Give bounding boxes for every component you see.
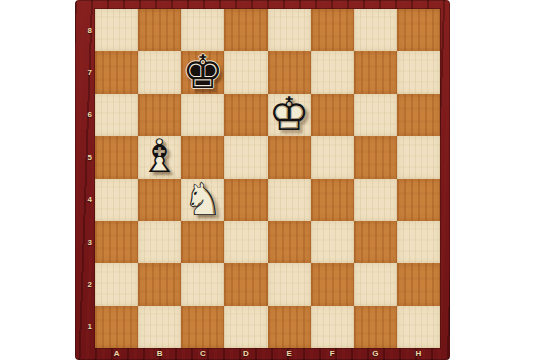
square-g7[interactable] — [354, 51, 397, 93]
square-a5[interactable] — [95, 136, 138, 178]
square-e2[interactable] — [268, 263, 311, 305]
square-b8[interactable] — [138, 9, 181, 51]
square-f4[interactable] — [311, 179, 354, 221]
page-background: 87654321 ABCDEFGH ♚♚♔♝♗♞♘ — [0, 0, 540, 360]
rank-label-8: 8 — [75, 9, 95, 51]
square-b5[interactable]: ♝♗ — [138, 136, 181, 178]
square-g5[interactable] — [354, 136, 397, 178]
square-b2[interactable] — [138, 263, 181, 305]
square-d3[interactable] — [224, 221, 267, 263]
square-h2[interactable] — [397, 263, 440, 305]
rank-label-4: 4 — [75, 179, 95, 221]
square-a2[interactable] — [95, 263, 138, 305]
black-king[interactable]: ♚ — [181, 51, 224, 93]
white-king-outline: ♔ — [268, 91, 309, 137]
square-h3[interactable] — [397, 221, 440, 263]
square-h8[interactable] — [397, 9, 440, 51]
white-bishop[interactable]: ♝♗ — [138, 136, 181, 178]
square-a7[interactable] — [95, 51, 138, 93]
square-f5[interactable] — [311, 136, 354, 178]
square-h7[interactable] — [397, 51, 440, 93]
square-a3[interactable] — [95, 221, 138, 263]
rank-label-3: 3 — [75, 221, 95, 263]
rank-label-2: 2 — [75, 263, 95, 305]
square-c1[interactable] — [181, 306, 224, 348]
square-c2[interactable] — [181, 263, 224, 305]
square-a4[interactable] — [95, 179, 138, 221]
square-c3[interactable] — [181, 221, 224, 263]
square-g3[interactable] — [354, 221, 397, 263]
file-label-a: A — [95, 348, 138, 360]
file-label-f: F — [311, 348, 354, 360]
square-g1[interactable] — [354, 306, 397, 348]
square-e6[interactable]: ♚♔ — [268, 94, 311, 136]
square-b3[interactable] — [138, 221, 181, 263]
square-d2[interactable] — [224, 263, 267, 305]
file-labels: ABCDEFGH — [95, 348, 440, 360]
rank-labels: 87654321 — [75, 9, 95, 348]
square-f7[interactable] — [311, 51, 354, 93]
square-f1[interactable] — [311, 306, 354, 348]
square-f3[interactable] — [311, 221, 354, 263]
square-d4[interactable] — [224, 179, 267, 221]
rank-label-7: 7 — [75, 51, 95, 93]
square-d7[interactable] — [224, 51, 267, 93]
chess-board: 87654321 ABCDEFGH ♚♚♔♝♗♞♘ — [75, 0, 450, 360]
square-h1[interactable] — [397, 306, 440, 348]
file-label-g: G — [354, 348, 397, 360]
board-grid: ♚♚♔♝♗♞♘ — [95, 9, 440, 348]
square-f8[interactable] — [311, 9, 354, 51]
white-bishop-outline: ♗ — [139, 133, 180, 179]
square-h4[interactable] — [397, 179, 440, 221]
white-king[interactable]: ♚♔ — [268, 94, 311, 136]
square-g4[interactable] — [354, 179, 397, 221]
square-d1[interactable] — [224, 306, 267, 348]
square-b1[interactable] — [138, 306, 181, 348]
square-h5[interactable] — [397, 136, 440, 178]
square-g6[interactable] — [354, 94, 397, 136]
white-knight-outline: ♘ — [182, 176, 223, 222]
square-a8[interactable] — [95, 9, 138, 51]
square-c7[interactable]: ♚ — [181, 51, 224, 93]
file-label-b: B — [138, 348, 181, 360]
square-e3[interactable] — [268, 221, 311, 263]
square-e5[interactable] — [268, 136, 311, 178]
square-g8[interactable] — [354, 9, 397, 51]
square-e1[interactable] — [268, 306, 311, 348]
square-b4[interactable] — [138, 179, 181, 221]
file-label-d: D — [224, 348, 267, 360]
square-f2[interactable] — [311, 263, 354, 305]
square-c4[interactable]: ♞♘ — [181, 179, 224, 221]
file-label-h: H — [397, 348, 440, 360]
square-h6[interactable] — [397, 94, 440, 136]
rank-label-6: 6 — [75, 94, 95, 136]
rank-label-1: 1 — [75, 306, 95, 348]
square-c6[interactable] — [181, 94, 224, 136]
square-e8[interactable] — [268, 9, 311, 51]
white-knight[interactable]: ♞♘ — [181, 179, 224, 221]
square-g2[interactable] — [354, 263, 397, 305]
square-f6[interactable] — [311, 94, 354, 136]
file-label-c: C — [181, 348, 224, 360]
square-a1[interactable] — [95, 306, 138, 348]
square-a6[interactable] — [95, 94, 138, 136]
square-d5[interactable] — [224, 136, 267, 178]
square-e4[interactable] — [268, 179, 311, 221]
square-d6[interactable] — [224, 94, 267, 136]
square-d8[interactable] — [224, 9, 267, 51]
square-b7[interactable] — [138, 51, 181, 93]
black-king-glyph: ♚ — [182, 49, 223, 95]
file-label-e: E — [268, 348, 311, 360]
rank-label-5: 5 — [75, 136, 95, 178]
